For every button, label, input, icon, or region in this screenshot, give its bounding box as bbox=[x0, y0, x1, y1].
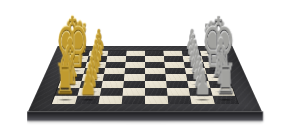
square-g3 bbox=[100, 88, 123, 96]
black-pawn-icon: ♟ bbox=[194, 66, 211, 100]
square-f6 bbox=[166, 81, 188, 88]
square-g4 bbox=[122, 88, 145, 96]
square-b3 bbox=[106, 56, 126, 62]
square-b4 bbox=[126, 56, 145, 62]
black-rook-icon: ♜ bbox=[215, 58, 236, 100]
square-h6 bbox=[168, 96, 192, 104]
white-rook-icon: ♜ bbox=[54, 58, 75, 100]
square-h5 bbox=[145, 96, 168, 104]
square-g6 bbox=[167, 88, 190, 96]
chess-set-photo: ♜♞♝♛♚♝♞♜♟♟♟♟♟♟♟♟♟♟♟♟♟♟♟♟♜♞♝♛♚♝♞♜ bbox=[0, 0, 290, 133]
square-h4 bbox=[122, 96, 145, 104]
square-e3 bbox=[103, 74, 125, 81]
square-e4 bbox=[124, 74, 145, 81]
square-h3 bbox=[98, 96, 122, 104]
square-f4 bbox=[123, 81, 145, 88]
square-e5 bbox=[145, 74, 166, 81]
square-f3 bbox=[101, 81, 123, 88]
square-e6 bbox=[166, 74, 188, 81]
square-f5 bbox=[145, 81, 167, 88]
square-b5 bbox=[145, 56, 164, 62]
white-pawn-icon: ♟ bbox=[79, 66, 96, 100]
chess-board: ♜♞♝♛♚♝♞♜♟♟♟♟♟♟♟♟♟♟♟♟♟♟♟♟♜♞♝♛♚♝♞♜ bbox=[28, 46, 262, 111]
square-g5 bbox=[145, 88, 168, 96]
board-side-edge bbox=[27, 111, 263, 121]
square-b6 bbox=[164, 56, 184, 62]
